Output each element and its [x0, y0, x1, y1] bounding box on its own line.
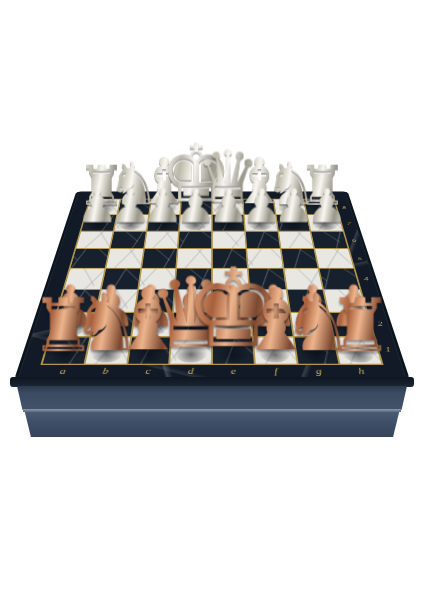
square-g5	[281, 249, 318, 267]
square-e7: ♟	[213, 215, 244, 231]
file-label-c: c	[145, 366, 151, 376]
box-lid-edge	[10, 377, 414, 387]
square-d7: ♟	[180, 215, 211, 231]
square-b5	[106, 249, 143, 267]
piece-copper-rook: ♜	[328, 289, 394, 363]
square-a5	[71, 249, 109, 267]
rank-label-5: 5	[357, 256, 363, 261]
file-label-d: d	[188, 366, 194, 376]
file-label-e: e	[231, 366, 237, 376]
file-labels: abcdefgh	[40, 366, 384, 377]
storage-box-seam	[23, 409, 401, 412]
file-label-a: a	[59, 366, 67, 376]
chess-board-scene: ♜♞♝♚♛♝♞♜♟♟♟♟♟♟♟♟♟♟♟♟♟♟♟♟♜♞♝♛♚♝♞♜ abcdefg…	[14, 0, 410, 380]
square-h6	[311, 231, 347, 248]
square-g7: ♟	[276, 215, 310, 231]
file-label-g: g	[315, 366, 323, 376]
board-grid: ♜♞♝♚♛♝♞♜♟♟♟♟♟♟♟♟♟♟♟♟♟♟♟♟♜♞♝♛♚♝♞♜	[40, 199, 383, 365]
storage-box-upper-tier	[17, 386, 407, 410]
piece-silver-pawn: ♟	[306, 183, 348, 229]
file-label-b: b	[102, 366, 110, 376]
square-g6	[279, 231, 314, 248]
square-h5	[315, 249, 353, 267]
square-c6	[145, 231, 179, 248]
chess-set-photo: ♜♞♝♚♛♝♞♜♟♟♟♟♟♟♟♟♟♟♟♟♟♟♟♟♜♞♝♛♚♝♞♜ abcdefg…	[0, 0, 424, 600]
square-h1: ♜	[335, 338, 381, 364]
file-label-f: f	[274, 366, 278, 376]
file-label-h: h	[357, 366, 365, 376]
square-a6	[76, 231, 112, 248]
rank-label-6: 6	[351, 238, 357, 243]
square-b6	[110, 231, 145, 248]
chess-board: ♜♞♝♚♛♝♞♜♟♟♟♟♟♟♟♟♟♟♟♟♟♟♟♟♜♞♝♛♚♝♞♜ abcdefg…	[14, 192, 410, 380]
square-h7: ♟	[308, 215, 343, 231]
storage-box-lower-tier	[21, 412, 403, 437]
